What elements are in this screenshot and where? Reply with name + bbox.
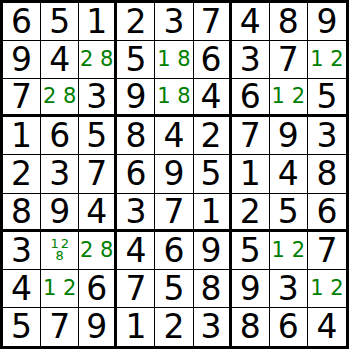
- pencil-marks: 1 2: [272, 240, 305, 261]
- given-digit: 6: [49, 119, 70, 152]
- given-digit: 6: [240, 80, 261, 113]
- cell-r8c6[interactable]: 8: [194, 270, 232, 308]
- given-digit: 3: [316, 119, 337, 152]
- given-digit: 8: [201, 272, 222, 305]
- cell-r2c2[interactable]: 4: [41, 41, 79, 79]
- cell-r4c6[interactable]: 2: [194, 117, 232, 155]
- cell-r9c8[interactable]: 6: [270, 308, 308, 346]
- cell-r7c7[interactable]: 5: [232, 232, 270, 270]
- given-digit: 3: [201, 310, 222, 343]
- pencil-marks: 128: [48, 238, 71, 262]
- cell-r8c1[interactable]: 4: [3, 270, 41, 308]
- given-digit: 9: [163, 157, 184, 190]
- cell-r2c1[interactable]: 9: [3, 41, 41, 79]
- given-digit: 8: [278, 5, 299, 38]
- cell-r1c7[interactable]: 4: [232, 3, 270, 41]
- given-digit: 9: [49, 195, 70, 228]
- sudoku-board: 651237489942 851 86371 272 8391 8461 251…: [0, 0, 349, 349]
- cell-r9c6[interactable]: 3: [194, 308, 232, 346]
- given-digit: 1: [86, 5, 107, 38]
- cell-r5c9[interactable]: 8: [308, 155, 346, 193]
- given-digit: 5: [11, 310, 32, 343]
- cell-r6c7[interactable]: 2: [232, 194, 270, 232]
- given-digit: 2: [125, 5, 146, 38]
- given-digit: 8: [11, 195, 32, 228]
- cell-r3c4[interactable]: 9: [117, 79, 155, 117]
- pencil-marks: 1 2: [310, 278, 343, 299]
- cell-r4c7[interactable]: 7: [232, 117, 270, 155]
- cell-r8c3[interactable]: 6: [79, 270, 117, 308]
- pencil-marks: 1 8: [157, 49, 190, 70]
- cell-r2c9[interactable]: 1 2: [308, 41, 346, 79]
- cell-r5c8[interactable]: 4: [270, 155, 308, 193]
- given-digit: 7: [201, 5, 222, 38]
- cell-r6c6[interactable]: 1: [194, 194, 232, 232]
- cell-r4c9[interactable]: 3: [308, 117, 346, 155]
- given-digit: 7: [86, 157, 107, 190]
- cell-r1c9[interactable]: 9: [308, 3, 346, 41]
- cell-r1c4[interactable]: 2: [117, 3, 155, 41]
- given-digit: 7: [11, 80, 32, 113]
- cell-r9c2[interactable]: 7: [41, 308, 79, 346]
- cell-r7c2[interactable]: 128: [41, 232, 79, 270]
- cell-r1c8[interactable]: 8: [270, 3, 308, 41]
- given-digit: 5: [125, 43, 146, 76]
- cell-r3c1[interactable]: 7: [3, 79, 41, 117]
- cell-r7c3[interactable]: 2 8: [79, 232, 117, 270]
- cell-r7c4[interactable]: 4: [117, 232, 155, 270]
- given-digit: 9: [201, 234, 222, 267]
- cell-r7c1[interactable]: 3: [3, 232, 41, 270]
- cell-r1c3[interactable]: 1: [79, 3, 117, 41]
- pencil-marks: 1 8: [157, 86, 190, 107]
- cell-r1c6[interactable]: 7: [194, 3, 232, 41]
- cell-r3c3[interactable]: 3: [79, 79, 117, 117]
- given-digit: 9: [125, 80, 146, 113]
- given-digit: 1: [240, 157, 261, 190]
- given-digit: 3: [49, 157, 70, 190]
- cell-r5c1[interactable]: 2: [3, 155, 41, 193]
- given-digit: 7: [240, 119, 261, 152]
- given-digit: 7: [278, 43, 299, 76]
- given-digit: 6: [86, 272, 107, 305]
- pencil-marks: 1 2: [272, 86, 305, 107]
- pencil-marks: 2 8: [80, 49, 113, 70]
- given-digit: 5: [49, 5, 70, 38]
- given-digit: 7: [49, 310, 70, 343]
- cell-r5c7[interactable]: 1: [232, 155, 270, 193]
- pencil-marks: 2 8: [43, 86, 76, 107]
- given-digit: 5: [86, 119, 107, 152]
- given-digit: 2: [240, 195, 261, 228]
- given-digit: 2: [11, 157, 32, 190]
- cell-r2c3[interactable]: 2 8: [79, 41, 117, 79]
- given-digit: 6: [278, 310, 299, 343]
- given-digit: 3: [163, 5, 184, 38]
- cell-r9c4[interactable]: 1: [117, 308, 155, 346]
- cell-r3c8[interactable]: 1 2: [270, 79, 308, 117]
- cell-r6c8[interactable]: 5: [270, 194, 308, 232]
- cell-r6c3[interactable]: 4: [79, 194, 117, 232]
- cell-r8c7[interactable]: 9: [232, 270, 270, 308]
- cell-r2c6[interactable]: 6: [194, 41, 232, 79]
- given-digit: 4: [201, 80, 222, 113]
- cell-r5c5[interactable]: 9: [155, 155, 193, 193]
- given-digit: 5: [163, 272, 184, 305]
- given-digit: 4: [316, 310, 337, 343]
- cell-r6c5[interactable]: 7: [155, 194, 193, 232]
- cell-r2c5[interactable]: 1 8: [155, 41, 193, 79]
- given-digit: 3: [86, 80, 107, 113]
- cell-r3c7[interactable]: 6: [232, 79, 270, 117]
- cell-r1c1[interactable]: 6: [3, 3, 41, 41]
- given-digit: 1: [11, 119, 32, 152]
- cell-r7c8[interactable]: 1 2: [270, 232, 308, 270]
- pencil-marks: 1 2: [43, 278, 76, 299]
- cell-r9c1[interactable]: 5: [3, 308, 41, 346]
- cell-r2c4[interactable]: 5: [117, 41, 155, 79]
- given-digit: 9: [240, 272, 261, 305]
- given-digit: 7: [316, 234, 337, 267]
- given-digit: 4: [11, 272, 32, 305]
- cell-r3c6[interactable]: 4: [194, 79, 232, 117]
- cell-r7c9[interactable]: 7: [308, 232, 346, 270]
- cell-r4c5[interactable]: 4: [155, 117, 193, 155]
- cell-r9c3[interactable]: 9: [79, 308, 117, 346]
- given-digit: 8: [240, 310, 261, 343]
- cell-r5c6[interactable]: 5: [194, 155, 232, 193]
- given-digit: 4: [163, 119, 184, 152]
- given-digit: 6: [201, 43, 222, 76]
- pencil-marks: 2 8: [80, 240, 113, 261]
- given-digit: 7: [163, 195, 184, 228]
- given-digit: 2: [163, 310, 184, 343]
- given-digit: 4: [86, 195, 107, 228]
- cell-r5c3[interactable]: 7: [79, 155, 117, 193]
- given-digit: 2: [201, 119, 222, 152]
- cell-r6c2[interactable]: 9: [41, 194, 79, 232]
- given-digit: 3: [125, 195, 146, 228]
- given-digit: 1: [125, 310, 146, 343]
- given-digit: 4: [278, 157, 299, 190]
- cell-r4c1[interactable]: 1: [3, 117, 41, 155]
- cell-r4c8[interactable]: 9: [270, 117, 308, 155]
- cell-r3c9[interactable]: 5: [308, 79, 346, 117]
- cell-r3c5[interactable]: 1 8: [155, 79, 193, 117]
- cell-r4c3[interactable]: 5: [79, 117, 117, 155]
- given-digit: 7: [125, 272, 146, 305]
- cell-r2c8[interactable]: 7: [270, 41, 308, 79]
- cell-r8c5[interactable]: 5: [155, 270, 193, 308]
- given-digit: 8: [125, 119, 146, 152]
- given-digit: 6: [11, 5, 32, 38]
- cell-r9c7[interactable]: 8: [232, 308, 270, 346]
- given-digit: 9: [11, 43, 32, 76]
- given-digit: 5: [316, 80, 337, 113]
- given-digit: 9: [86, 310, 107, 343]
- cell-r2c7[interactable]: 3: [232, 41, 270, 79]
- cell-r4c4[interactable]: 8: [117, 117, 155, 155]
- cell-r7c5[interactable]: 6: [155, 232, 193, 270]
- cell-r8c9[interactable]: 1 2: [308, 270, 346, 308]
- given-digit: 5: [201, 157, 222, 190]
- pencil-marks: 1 2: [310, 49, 343, 70]
- given-digit: 8: [316, 157, 337, 190]
- given-digit: 3: [240, 43, 261, 76]
- cell-r6c1[interactable]: 8: [3, 194, 41, 232]
- cell-r6c9[interactable]: 6: [308, 194, 346, 232]
- given-digit: 3: [278, 272, 299, 305]
- cell-r7c6[interactable]: 9: [194, 232, 232, 270]
- given-digit: 5: [278, 195, 299, 228]
- cell-r1c2[interactable]: 5: [41, 3, 79, 41]
- given-digit: 6: [163, 234, 184, 267]
- cell-r1c5[interactable]: 3: [155, 3, 193, 41]
- cell-r9c5[interactable]: 2: [155, 308, 193, 346]
- cell-r8c8[interactable]: 3: [270, 270, 308, 308]
- cell-r4c2[interactable]: 6: [41, 117, 79, 155]
- given-digit: 4: [125, 234, 146, 267]
- given-digit: 9: [278, 119, 299, 152]
- cell-r8c4[interactable]: 7: [117, 270, 155, 308]
- given-digit: 4: [49, 43, 70, 76]
- given-digit: 9: [316, 5, 337, 38]
- given-digit: 6: [125, 157, 146, 190]
- cell-r5c2[interactable]: 3: [41, 155, 79, 193]
- cell-r9c9[interactable]: 4: [308, 308, 346, 346]
- given-digit: 3: [11, 234, 32, 267]
- cell-r3c2[interactable]: 2 8: [41, 79, 79, 117]
- given-digit: 1: [201, 195, 222, 228]
- given-digit: 4: [240, 5, 261, 38]
- cell-r6c4[interactable]: 3: [117, 194, 155, 232]
- given-digit: 5: [240, 234, 261, 267]
- given-digit: 6: [316, 195, 337, 228]
- cell-r5c4[interactable]: 6: [117, 155, 155, 193]
- cell-r8c2[interactable]: 1 2: [41, 270, 79, 308]
